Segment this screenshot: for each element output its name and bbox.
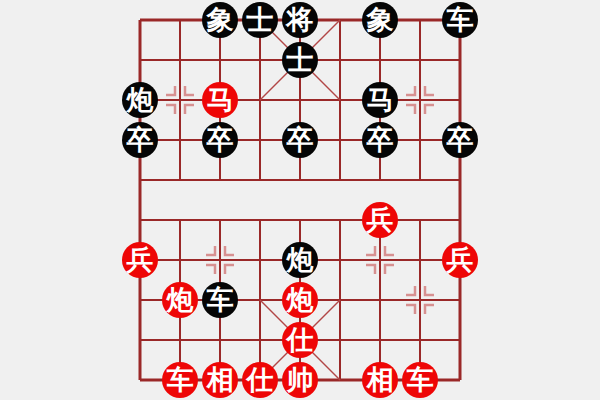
piece-black-soldier[interactable]: 卒	[362, 122, 398, 158]
piece-red-advisor[interactable]: 仕	[242, 362, 278, 398]
piece-red-cannon[interactable]: 炮	[162, 282, 198, 318]
piece-red-chariot[interactable]: 车	[402, 362, 438, 398]
piece-black-chariot[interactable]: 车	[202, 282, 238, 318]
piece-black-general[interactable]: 将	[282, 2, 318, 38]
piece-black-elephant[interactable]: 象	[362, 2, 398, 38]
piece-red-elephant[interactable]: 相	[362, 362, 398, 398]
piece-black-cannon[interactable]: 炮	[282, 242, 318, 278]
piece-black-soldier[interactable]: 卒	[282, 122, 318, 158]
piece-red-chariot[interactable]: 车	[162, 362, 198, 398]
piece-red-soldier[interactable]: 兵	[362, 202, 398, 238]
piece-black-horse[interactable]: 马	[362, 82, 398, 118]
xiangqi-board: 象士将象车士炮马马卒卒卒卒卒兵兵炮兵炮车炮仕车相仕帅相车	[0, 0, 600, 400]
piece-red-cannon[interactable]: 炮	[282, 282, 318, 318]
piece-black-soldier[interactable]: 卒	[122, 122, 158, 158]
piece-red-general[interactable]: 帅	[282, 362, 318, 398]
piece-red-soldier[interactable]: 兵	[442, 242, 478, 278]
piece-red-soldier[interactable]: 兵	[122, 242, 158, 278]
piece-red-horse[interactable]: 马	[202, 82, 238, 118]
piece-black-elephant[interactable]: 象	[202, 2, 238, 38]
piece-black-advisor[interactable]: 士	[242, 2, 278, 38]
piece-black-chariot[interactable]: 车	[442, 2, 478, 38]
piece-black-cannon[interactable]: 炮	[122, 82, 158, 118]
piece-black-advisor[interactable]: 士	[282, 42, 318, 78]
piece-red-elephant[interactable]: 相	[202, 362, 238, 398]
piece-red-advisor[interactable]: 仕	[282, 322, 318, 358]
piece-black-soldier[interactable]: 卒	[442, 122, 478, 158]
piece-black-soldier[interactable]: 卒	[202, 122, 238, 158]
